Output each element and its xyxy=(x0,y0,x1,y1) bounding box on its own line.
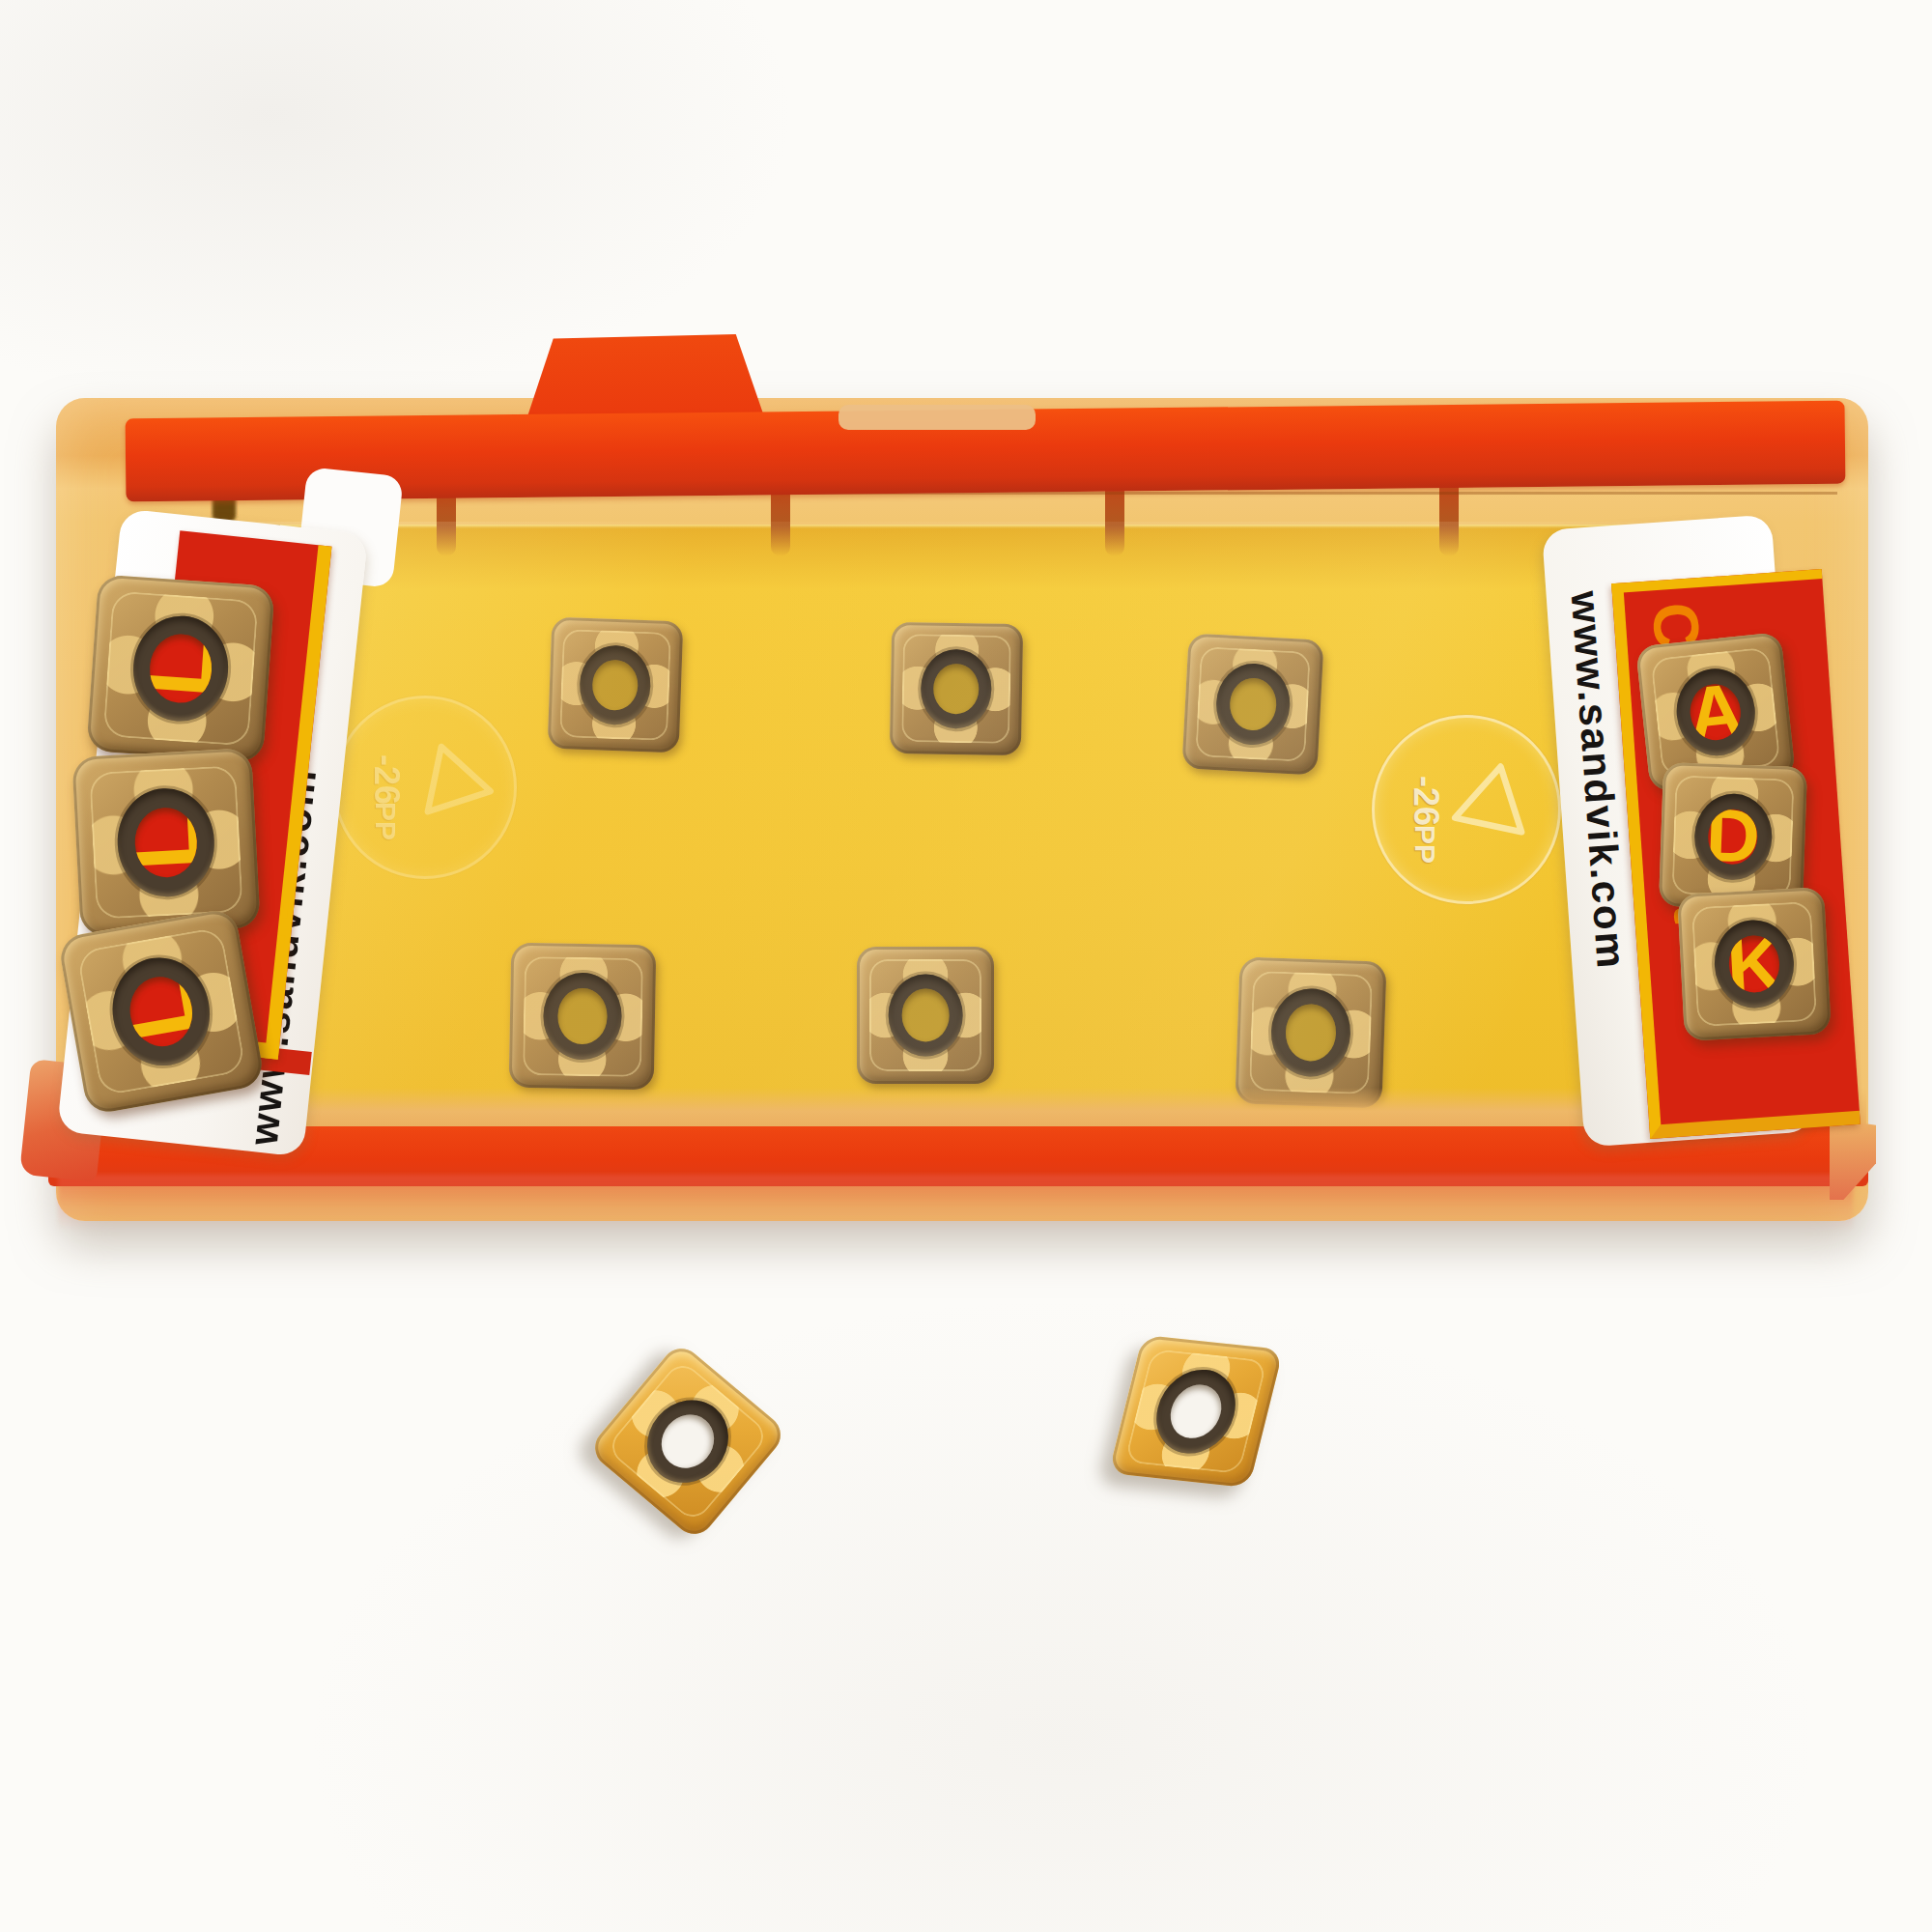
insert-hole-opening xyxy=(933,663,980,714)
tag-letter-through-hole: D xyxy=(1707,809,1758,866)
insert-hole-opening xyxy=(1285,1004,1338,1062)
tag-print-fragment xyxy=(275,966,282,981)
red-rail-tab xyxy=(522,334,765,419)
insert-hole-opening: A xyxy=(1688,681,1744,742)
insert-hole-opening xyxy=(651,1405,724,1478)
recycling-triangle-icon xyxy=(1440,747,1547,853)
carbide-insert xyxy=(1109,1335,1284,1488)
carbide-insert xyxy=(1235,956,1386,1108)
insert-hole-opening: K xyxy=(1727,934,1780,993)
carbide-insert xyxy=(1181,633,1323,775)
box-corner-right xyxy=(1830,1119,1876,1200)
insert-hole-opening xyxy=(557,988,609,1044)
insert-hole-opening: L xyxy=(148,633,213,705)
insert-hole-opening xyxy=(901,989,949,1042)
recycling-triangle-icon xyxy=(400,726,503,830)
insert-hole-opening: L xyxy=(133,807,199,879)
tag-print-fragment xyxy=(278,935,285,951)
embossed-circle-right: -26 PP xyxy=(1372,715,1561,904)
resin-code-mark: PP xyxy=(1408,825,1441,864)
tag-letter-through-hole: L xyxy=(125,976,198,1048)
tag-letter-through-hole: L xyxy=(148,638,213,700)
insert-hole-opening: L xyxy=(125,972,198,1050)
carbide-insert: L xyxy=(57,907,265,1115)
embossed-circle-left: -26 PP xyxy=(333,696,517,879)
insert-hole-opening xyxy=(1228,677,1277,731)
red-rail-reflection xyxy=(58,1175,1853,1231)
tag-print-fragment xyxy=(282,903,289,919)
resin-number-mark: -26 xyxy=(366,754,407,805)
insert-hole-opening: D xyxy=(1707,809,1758,866)
carbide-insert: K xyxy=(1677,887,1832,1041)
carbide-insert xyxy=(857,947,994,1084)
tag-letter-through-hole: K xyxy=(1727,934,1780,993)
tag-letter-through-hole: A xyxy=(1688,681,1744,742)
latch-tab xyxy=(838,405,1036,430)
insert-center-hole xyxy=(889,974,963,1056)
resin-number-mark: -26 xyxy=(1406,776,1446,826)
insert-hole-opening xyxy=(1165,1382,1227,1440)
carbide-insert: L xyxy=(86,574,274,762)
carbide-insert xyxy=(548,617,684,753)
resin-code-mark: PP xyxy=(369,802,402,840)
carbide-insert xyxy=(890,622,1023,755)
carbide-insert xyxy=(509,943,657,1091)
product-photo-scene: -26 PP -26 PP www.sandvik.com www.sandvi… xyxy=(0,0,1932,1932)
tag-letter-through-hole: L xyxy=(133,811,199,873)
insert-hole-opening xyxy=(592,659,639,711)
carbide-insert xyxy=(587,1341,789,1543)
